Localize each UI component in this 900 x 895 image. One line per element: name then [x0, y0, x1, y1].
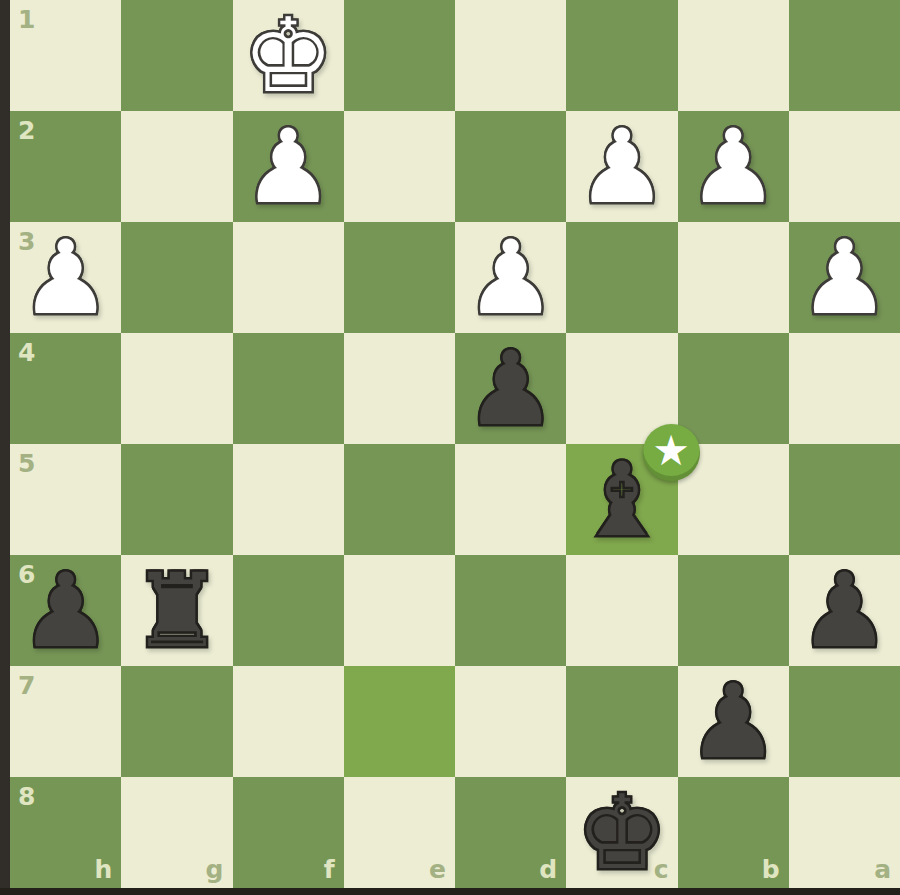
- square-e6[interactable]: [344, 555, 455, 666]
- square-d1[interactable]: [455, 0, 566, 111]
- square-d5[interactable]: [455, 444, 566, 555]
- square-a1[interactable]: [789, 0, 900, 111]
- square-d4[interactable]: ♟: [455, 333, 566, 444]
- rank-label-5: 5: [18, 451, 35, 476]
- black-pawn-d4[interactable]: ♟: [455, 333, 566, 444]
- square-c3[interactable]: [566, 222, 677, 333]
- square-f1[interactable]: ♚: [233, 0, 344, 111]
- square-h7[interactable]: 7: [10, 666, 121, 777]
- file-label-a: a: [874, 857, 891, 882]
- square-h3[interactable]: 3♟: [10, 222, 121, 333]
- square-c1[interactable]: [566, 0, 677, 111]
- rank-label-4: 4: [18, 340, 35, 365]
- square-h5[interactable]: 5: [10, 444, 121, 555]
- square-d3[interactable]: ♟: [455, 222, 566, 333]
- square-g6[interactable]: ♜: [121, 555, 232, 666]
- rank-label-2: 2: [18, 118, 35, 143]
- square-h2[interactable]: 2: [10, 111, 121, 222]
- white-king-f1[interactable]: ♚: [233, 0, 344, 111]
- square-f5[interactable]: [233, 444, 344, 555]
- square-b3[interactable]: [678, 222, 789, 333]
- black-rook-g6[interactable]: ♜: [121, 555, 232, 666]
- square-h8[interactable]: 8h: [10, 777, 121, 888]
- square-b4[interactable]: [678, 333, 789, 444]
- square-g2[interactable]: [121, 111, 232, 222]
- square-h4[interactable]: 4: [10, 333, 121, 444]
- page-background: 1♚2♟♟♟3♟♟♟4♟5♝★6♟♜♟7♟8hgfedc♚ba: [0, 0, 900, 895]
- white-pawn-a3[interactable]: ♟: [789, 222, 900, 333]
- square-b8[interactable]: b: [678, 777, 789, 888]
- square-e3[interactable]: [344, 222, 455, 333]
- best-move-badge: ★: [643, 424, 700, 481]
- star-icon: ★: [652, 430, 690, 472]
- square-b2[interactable]: ♟: [678, 111, 789, 222]
- square-a4[interactable]: [789, 333, 900, 444]
- square-e1[interactable]: [344, 0, 455, 111]
- white-pawn-h3[interactable]: ♟: [10, 222, 121, 333]
- square-d8[interactable]: d: [455, 777, 566, 888]
- file-label-b: b: [762, 857, 780, 882]
- file-label-e: e: [429, 857, 446, 882]
- square-d7[interactable]: [455, 666, 566, 777]
- square-c7[interactable]: [566, 666, 677, 777]
- white-pawn-c2[interactable]: ♟: [566, 111, 677, 222]
- rank-label-7: 7: [18, 673, 35, 698]
- square-f8[interactable]: f: [233, 777, 344, 888]
- file-label-d: d: [539, 857, 557, 882]
- square-g8[interactable]: g: [121, 777, 232, 888]
- square-c6[interactable]: [566, 555, 677, 666]
- square-a5[interactable]: [789, 444, 900, 555]
- square-c5[interactable]: ♝★: [566, 444, 677, 555]
- file-label-f: f: [324, 857, 335, 882]
- square-f2[interactable]: ♟: [233, 111, 344, 222]
- square-b6[interactable]: [678, 555, 789, 666]
- square-g4[interactable]: [121, 333, 232, 444]
- square-g3[interactable]: [121, 222, 232, 333]
- bottom-bar: [0, 888, 900, 895]
- white-pawn-f2[interactable]: ♟: [233, 111, 344, 222]
- square-f7[interactable]: [233, 666, 344, 777]
- black-pawn-h6[interactable]: ♟: [10, 555, 121, 666]
- square-c2[interactable]: ♟: [566, 111, 677, 222]
- square-g5[interactable]: [121, 444, 232, 555]
- square-f4[interactable]: [233, 333, 344, 444]
- black-pawn-b7[interactable]: ♟: [678, 666, 789, 777]
- black-king-c8[interactable]: ♚: [566, 777, 677, 888]
- file-label-h: h: [94, 857, 112, 882]
- square-a3[interactable]: ♟: [789, 222, 900, 333]
- file-label-g: g: [206, 857, 224, 882]
- rank-label-1: 1: [18, 7, 35, 32]
- square-e4[interactable]: [344, 333, 455, 444]
- square-h6[interactable]: 6♟: [10, 555, 121, 666]
- white-pawn-d3[interactable]: ♟: [455, 222, 566, 333]
- square-e7[interactable]: [344, 666, 455, 777]
- square-a7[interactable]: [789, 666, 900, 777]
- square-b1[interactable]: [678, 0, 789, 111]
- square-c8[interactable]: c♚: [566, 777, 677, 888]
- square-b7[interactable]: ♟: [678, 666, 789, 777]
- square-a6[interactable]: ♟: [789, 555, 900, 666]
- square-e2[interactable]: [344, 111, 455, 222]
- chess-board: 1♚2♟♟♟3♟♟♟4♟5♝★6♟♜♟7♟8hgfedc♚ba: [10, 0, 900, 888]
- square-f6[interactable]: [233, 555, 344, 666]
- square-g1[interactable]: [121, 0, 232, 111]
- square-d6[interactable]: [455, 555, 566, 666]
- square-d2[interactable]: [455, 111, 566, 222]
- white-pawn-b2[interactable]: ♟: [678, 111, 789, 222]
- rank-label-8: 8: [18, 784, 35, 809]
- square-h1[interactable]: 1: [10, 0, 121, 111]
- square-e5[interactable]: [344, 444, 455, 555]
- square-a2[interactable]: [789, 111, 900, 222]
- black-pawn-a6[interactable]: ♟: [789, 555, 900, 666]
- square-f3[interactable]: [233, 222, 344, 333]
- square-g7[interactable]: [121, 666, 232, 777]
- square-a8[interactable]: a: [789, 777, 900, 888]
- square-e8[interactable]: e: [344, 777, 455, 888]
